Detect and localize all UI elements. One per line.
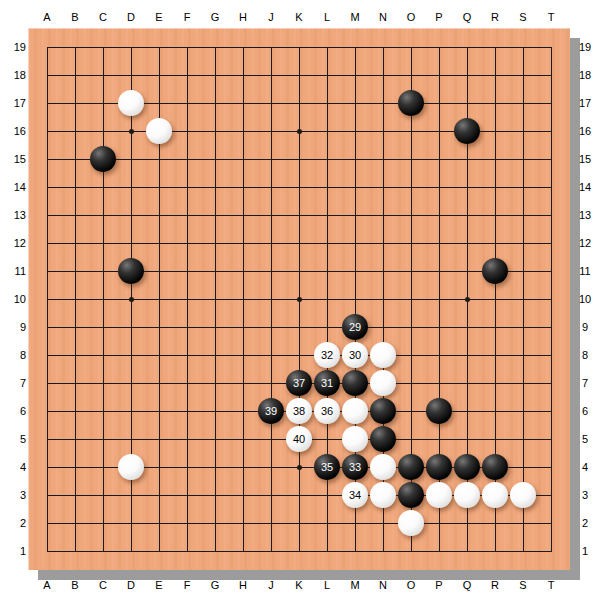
coord-left-2: 2 [2, 516, 26, 530]
coord-bottom-E: E [149, 578, 169, 592]
grid-line-h-8 [47, 355, 552, 356]
coord-left-15: 15 [2, 152, 26, 166]
coord-bottom-F: F [177, 578, 197, 592]
coord-top-F: F [177, 10, 197, 24]
coord-bottom-Q: Q [457, 578, 477, 592]
move-number-38: 38 [293, 406, 305, 417]
stone-black-O4 [398, 454, 424, 480]
stone-white-D4 [118, 454, 144, 480]
stone-white-R3 [482, 482, 508, 508]
coord-left-17: 17 [2, 96, 26, 110]
coord-left-3: 3 [2, 488, 26, 502]
coord-right-6: 6 [573, 404, 597, 418]
star-point-D10 [129, 297, 134, 302]
coord-top-O: O [401, 10, 421, 24]
coord-right-14: 14 [573, 180, 597, 194]
coord-top-L: L [317, 10, 337, 24]
coord-right-2: 2 [573, 516, 597, 530]
stone-white-P3 [426, 482, 452, 508]
coord-left-4: 4 [2, 460, 26, 474]
stone-white-L6: 36 [314, 398, 340, 424]
stone-white-M5 [342, 426, 368, 452]
coord-bottom-C: C [93, 578, 113, 592]
coord-bottom-B: B [65, 578, 85, 592]
coord-left-7: 7 [2, 376, 26, 390]
stone-white-M6 [342, 398, 368, 424]
grid-line-v-T [551, 47, 552, 552]
stone-black-M9: 29 [342, 314, 368, 340]
coord-bottom-J: J [261, 578, 281, 592]
move-number-39: 39 [265, 406, 277, 417]
grid-line-h-9 [47, 327, 552, 328]
coord-left-16: 16 [2, 124, 26, 138]
stone-black-J6: 39 [258, 398, 284, 424]
coord-left-6: 6 [2, 404, 26, 418]
coord-left-1: 1 [2, 544, 26, 558]
move-number-32: 32 [321, 350, 333, 361]
coord-right-15: 15 [573, 152, 597, 166]
stone-black-M4: 33 [342, 454, 368, 480]
stone-white-Q3 [454, 482, 480, 508]
coord-bottom-N: N [373, 578, 393, 592]
stone-black-O17 [398, 90, 424, 116]
coord-left-5: 5 [2, 432, 26, 446]
coord-top-B: B [65, 10, 85, 24]
coord-bottom-H: H [233, 578, 253, 592]
move-number-37: 37 [293, 378, 305, 389]
stone-black-P4 [426, 454, 452, 480]
coord-bottom-L: L [317, 578, 337, 592]
coord-right-11: 11 [573, 264, 597, 278]
coord-left-19: 19 [2, 40, 26, 54]
stone-black-D11 [118, 258, 144, 284]
go-board[interactable]: 293230373139383640353334 [28, 28, 570, 570]
move-number-35: 35 [321, 462, 333, 473]
coord-left-8: 8 [2, 348, 26, 362]
stone-black-Q16 [454, 118, 480, 144]
coord-bottom-G: G [205, 578, 225, 592]
coord-top-T: T [541, 10, 561, 24]
stone-black-R4 [482, 454, 508, 480]
grid-line-h-1 [47, 551, 552, 552]
stone-black-Q4 [454, 454, 480, 480]
coord-top-R: R [485, 10, 505, 24]
stone-black-M7 [342, 370, 368, 396]
coord-right-7: 7 [573, 376, 597, 390]
coord-bottom-A: A [37, 578, 57, 592]
coord-top-J: J [261, 10, 281, 24]
coord-bottom-R: R [485, 578, 505, 592]
coord-top-H: H [233, 10, 253, 24]
coord-bottom-D: D [121, 578, 141, 592]
stone-black-L4: 35 [314, 454, 340, 480]
move-number-30: 30 [349, 350, 361, 361]
coord-top-M: M [345, 10, 365, 24]
move-number-34: 34 [349, 490, 361, 501]
stone-black-P6 [426, 398, 452, 424]
coord-left-12: 12 [2, 236, 26, 250]
coord-bottom-T: T [541, 578, 561, 592]
stone-white-O2 [398, 510, 424, 536]
coord-top-G: G [205, 10, 225, 24]
coord-left-14: 14 [2, 180, 26, 194]
coord-right-17: 17 [573, 96, 597, 110]
coord-right-16: 16 [573, 124, 597, 138]
coord-top-Q: Q [457, 10, 477, 24]
star-point-K4 [297, 465, 302, 470]
stone-white-L8: 32 [314, 342, 340, 368]
coord-right-5: 5 [573, 432, 597, 446]
stone-black-N6 [370, 398, 396, 424]
coord-right-13: 13 [573, 208, 597, 222]
stone-white-M8: 30 [342, 342, 368, 368]
coord-right-9: 9 [573, 320, 597, 334]
coord-top-S: S [513, 10, 533, 24]
coord-left-18: 18 [2, 68, 26, 82]
grid-line-v-S [523, 47, 524, 552]
move-number-33: 33 [349, 462, 361, 473]
stone-white-N4 [370, 454, 396, 480]
coord-bottom-P: P [429, 578, 449, 592]
stone-white-S3 [510, 482, 536, 508]
coord-bottom-O: O [401, 578, 421, 592]
coord-top-E: E [149, 10, 169, 24]
move-number-31: 31 [321, 378, 333, 389]
coord-bottom-K: K [289, 578, 309, 592]
stone-white-D17 [118, 90, 144, 116]
coord-top-D: D [121, 10, 141, 24]
stone-black-O3 [398, 482, 424, 508]
coord-top-N: N [373, 10, 393, 24]
star-point-Q10 [465, 297, 470, 302]
star-point-K16 [297, 129, 302, 134]
coord-top-P: P [429, 10, 449, 24]
coord-bottom-S: S [513, 578, 533, 592]
stone-white-N3 [370, 482, 396, 508]
coord-right-12: 12 [573, 236, 597, 250]
coord-right-19: 19 [573, 40, 597, 54]
star-point-D16 [129, 129, 134, 134]
coord-left-9: 9 [2, 320, 26, 334]
move-number-40: 40 [293, 434, 305, 445]
stone-white-N7 [370, 370, 396, 396]
coord-right-4: 4 [573, 460, 597, 474]
move-number-29: 29 [349, 322, 361, 333]
coord-left-13: 13 [2, 208, 26, 222]
stone-white-K6: 38 [286, 398, 312, 424]
coord-right-3: 3 [573, 488, 597, 502]
stone-black-R11 [482, 258, 508, 284]
coord-top-C: C [93, 10, 113, 24]
coord-right-8: 8 [573, 348, 597, 362]
coord-left-11: 11 [2, 264, 26, 278]
stone-white-E16 [146, 118, 172, 144]
star-point-K10 [297, 297, 302, 302]
move-number-36: 36 [321, 406, 333, 417]
coord-top-K: K [289, 10, 309, 24]
coord-right-1: 1 [573, 544, 597, 558]
grid-line-h-2 [47, 523, 552, 524]
stone-white-M3: 34 [342, 482, 368, 508]
stone-white-K5: 40 [286, 426, 312, 452]
stone-black-L7: 31 [314, 370, 340, 396]
coord-left-10: 10 [2, 292, 26, 306]
stone-white-N8 [370, 342, 396, 368]
stone-black-C15 [90, 146, 116, 172]
go-app-screenshot: 293230373139383640353334 AABBCCDDEEFFGGH… [0, 0, 600, 600]
stone-black-K7: 37 [286, 370, 312, 396]
coord-right-10: 10 [573, 292, 597, 306]
coord-top-A: A [37, 10, 57, 24]
stone-black-N5 [370, 426, 396, 452]
coord-bottom-M: M [345, 578, 365, 592]
coord-right-18: 18 [573, 68, 597, 82]
